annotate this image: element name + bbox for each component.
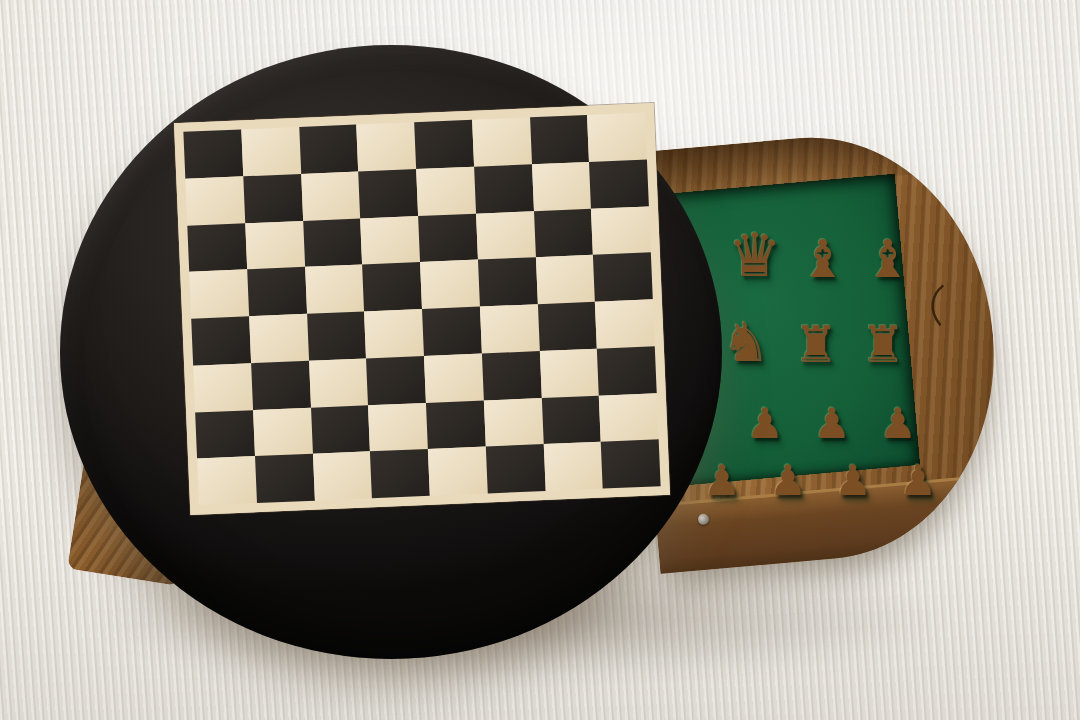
- board-square[interactable]: [426, 400, 486, 449]
- board-square[interactable]: [245, 220, 305, 269]
- drawer-piece-pawn[interactable]: ♟: [875, 403, 921, 445]
- chess-board[interactable]: [174, 103, 670, 515]
- board-square[interactable]: [197, 456, 257, 505]
- drawer-piece-pawn[interactable]: ♟: [809, 403, 855, 445]
- board-square[interactable]: [193, 363, 253, 412]
- board-square[interactable]: [366, 356, 426, 405]
- board-square[interactable]: [183, 129, 243, 178]
- board-square[interactable]: [591, 206, 651, 255]
- board-square[interactable]: [599, 393, 659, 442]
- board-square[interactable]: [191, 316, 251, 365]
- board-square[interactable]: [251, 361, 311, 410]
- board-square[interactable]: [428, 447, 488, 496]
- board-square[interactable]: [189, 270, 249, 319]
- board-square[interactable]: [601, 439, 661, 488]
- board-square[interactable]: [241, 127, 301, 176]
- board-square[interactable]: [312, 452, 372, 501]
- board-square[interactable]: [589, 159, 649, 208]
- round-case-lid[interactable]: [60, 45, 722, 659]
- board-square[interactable]: [416, 166, 476, 215]
- board-square[interactable]: [480, 304, 540, 353]
- board-square[interactable]: [420, 260, 480, 309]
- board-square[interactable]: [587, 112, 647, 161]
- board-square[interactable]: [185, 176, 245, 225]
- board-square[interactable]: [486, 444, 546, 493]
- board-square[interactable]: [478, 257, 538, 306]
- board-square[interactable]: [474, 164, 534, 213]
- board-square[interactable]: [422, 307, 482, 356]
- board-square[interactable]: [362, 262, 422, 311]
- drawer-piece-pawn[interactable]: ♟: [895, 460, 941, 502]
- board-square[interactable]: [484, 398, 544, 447]
- board-square[interactable]: [476, 211, 536, 260]
- board-square[interactable]: [414, 120, 474, 169]
- chess-board-grid: [183, 112, 660, 505]
- board-square[interactable]: [593, 253, 653, 302]
- board-square[interactable]: [364, 309, 424, 358]
- board-square[interactable]: [311, 405, 371, 454]
- drawer-piece-bishop[interactable]: ♝: [859, 233, 916, 285]
- board-square[interactable]: [255, 454, 315, 503]
- board-square[interactable]: [358, 169, 418, 218]
- board-square[interactable]: [539, 348, 599, 397]
- board-square[interactable]: [253, 407, 313, 456]
- board-square[interactable]: [247, 267, 307, 316]
- drawer-piece-pawn[interactable]: ♟: [830, 460, 876, 502]
- drawer-piece-bishop[interactable]: ♝: [794, 233, 851, 285]
- board-square[interactable]: [243, 174, 303, 223]
- board-square[interactable]: [299, 125, 359, 174]
- drawer-piece-knight[interactable]: ♞: [716, 316, 775, 370]
- board-square[interactable]: [307, 311, 367, 360]
- board-square[interactable]: [301, 171, 361, 220]
- board-square[interactable]: [360, 216, 420, 265]
- board-square[interactable]: [537, 302, 597, 351]
- board-square[interactable]: [424, 353, 484, 402]
- board-square[interactable]: [418, 213, 478, 262]
- photo-scene: ♛♝♝♞♜♜♟♟♟♟♟♟♟: [0, 0, 1080, 720]
- drawer-piece-pawn[interactable]: ♟: [765, 460, 811, 502]
- board-square[interactable]: [249, 314, 309, 363]
- board-square[interactable]: [595, 299, 655, 348]
- board-square[interactable]: [368, 402, 428, 451]
- drawer-piece-pawn[interactable]: ♟: [742, 403, 788, 445]
- board-square[interactable]: [303, 218, 363, 267]
- board-square[interactable]: [356, 122, 416, 171]
- board-square[interactable]: [543, 442, 603, 491]
- board-square[interactable]: [530, 115, 590, 164]
- drawer-piece-queen[interactable]: ♛: [722, 225, 788, 285]
- board-square[interactable]: [533, 208, 593, 257]
- board-square[interactable]: [309, 358, 369, 407]
- board-square[interactable]: [535, 255, 595, 304]
- board-square[interactable]: [482, 351, 542, 400]
- board-square[interactable]: [597, 346, 657, 395]
- board-square[interactable]: [532, 162, 592, 211]
- drawer-piece-pawn[interactable]: ♟: [699, 460, 745, 502]
- board-square[interactable]: [370, 449, 430, 498]
- board-square[interactable]: [472, 117, 532, 166]
- board-square[interactable]: [305, 265, 365, 314]
- board-square[interactable]: [195, 410, 255, 459]
- drawer-piece-rook[interactable]: ♜: [789, 320, 844, 370]
- board-square[interactable]: [187, 223, 247, 272]
- drawer-piece-rook[interactable]: ♜: [856, 320, 911, 370]
- board-square[interactable]: [541, 395, 601, 444]
